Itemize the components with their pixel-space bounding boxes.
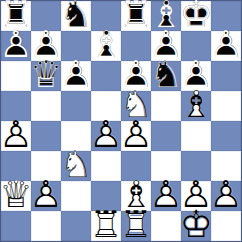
square-c8[interactable]: ♞♘ bbox=[61, 1, 91, 31]
square-h5[interactable] bbox=[211, 91, 241, 121]
white-rook-outline-glyph: ♖ bbox=[119, 206, 152, 242]
square-b1[interactable] bbox=[31, 211, 61, 241]
square-a2[interactable]: ♛♕ bbox=[1, 181, 31, 211]
square-e8[interactable]: ♜♖ bbox=[121, 1, 151, 31]
black-bishop-outline-glyph: ♗ bbox=[89, 26, 122, 63]
piece-black-queen[interactable]: ♛♕ bbox=[31, 61, 61, 91]
square-a6[interactable] bbox=[1, 61, 31, 91]
square-h6[interactable] bbox=[211, 61, 241, 91]
piece-white-pawn[interactable]: ♟♙ bbox=[31, 181, 61, 211]
black-pawn-outline-glyph: ♙ bbox=[0, 26, 33, 63]
piece-white-rook[interactable]: ♜♖ bbox=[121, 211, 151, 241]
piece-white-queen[interactable]: ♛♕ bbox=[1, 181, 31, 211]
square-g5[interactable]: ♝♗ bbox=[181, 91, 211, 121]
square-c5[interactable] bbox=[61, 91, 91, 121]
piece-white-bishop[interactable]: ♝♗ bbox=[181, 91, 211, 121]
square-f1[interactable] bbox=[151, 211, 181, 241]
square-g4[interactable] bbox=[181, 121, 211, 151]
square-e4[interactable]: ♟♙ bbox=[121, 121, 151, 151]
black-queen-outline-glyph: ♕ bbox=[29, 56, 62, 93]
square-f6[interactable]: ♞♘ bbox=[151, 61, 181, 91]
piece-white-pawn[interactable]: ♟♙ bbox=[151, 181, 181, 211]
square-f4[interactable] bbox=[151, 121, 181, 151]
square-e1[interactable]: ♜♖ bbox=[121, 211, 151, 241]
square-c6[interactable]: ♟♙ bbox=[61, 61, 91, 91]
square-g8[interactable]: ♚♔ bbox=[181, 1, 211, 31]
white-knight-outline-glyph: ♘ bbox=[59, 146, 92, 183]
white-pawn-outline-glyph: ♙ bbox=[209, 176, 242, 213]
white-pawn-outline-glyph: ♙ bbox=[119, 116, 152, 153]
piece-black-pawn[interactable]: ♟♙ bbox=[211, 31, 241, 61]
piece-white-king[interactable]: ♚♔ bbox=[181, 211, 211, 241]
square-d6[interactable] bbox=[91, 61, 121, 91]
piece-white-knight[interactable]: ♞♘ bbox=[61, 151, 91, 181]
square-g1[interactable]: ♚♔ bbox=[181, 211, 211, 241]
square-c3[interactable]: ♞♘ bbox=[61, 151, 91, 181]
square-f2[interactable]: ♟♙ bbox=[151, 181, 181, 211]
piece-white-pawn[interactable]: ♟♙ bbox=[211, 181, 241, 211]
square-a7[interactable]: ♟♙ bbox=[1, 31, 31, 61]
piece-black-king[interactable]: ♚♔ bbox=[181, 1, 211, 31]
chess-board-container: ♜♖♞♘♜♖♝♗♚♔♟♙♟♙♝♗♟♙♟♙♛♕♟♙♟♙♞♘♟♙♞♘♝♗♟♙♟♙♟♙… bbox=[0, 0, 242, 242]
white-queen-outline-glyph: ♕ bbox=[0, 176, 33, 213]
square-b6[interactable]: ♛♕ bbox=[31, 61, 61, 91]
piece-white-pawn[interactable]: ♟♙ bbox=[121, 121, 151, 151]
piece-white-pawn[interactable]: ♟♙ bbox=[1, 121, 31, 151]
black-pawn-outline-glyph: ♙ bbox=[59, 56, 92, 93]
piece-white-pawn[interactable]: ♟♙ bbox=[91, 121, 121, 151]
square-b5[interactable] bbox=[31, 91, 61, 121]
white-bishop-outline-glyph: ♗ bbox=[179, 86, 212, 123]
square-d4[interactable]: ♟♙ bbox=[91, 121, 121, 151]
square-d3[interactable] bbox=[91, 151, 121, 181]
black-knight-outline-glyph: ♘ bbox=[59, 0, 92, 33]
square-h7[interactable]: ♟♙ bbox=[211, 31, 241, 61]
square-d1[interactable]: ♜♖ bbox=[91, 211, 121, 241]
square-d7[interactable]: ♝♗ bbox=[91, 31, 121, 61]
square-h4[interactable] bbox=[211, 121, 241, 151]
white-pawn-outline-glyph: ♙ bbox=[89, 116, 122, 153]
piece-black-rook[interactable]: ♜♖ bbox=[121, 1, 151, 31]
piece-black-pawn[interactable]: ♟♙ bbox=[1, 31, 31, 61]
square-a1[interactable] bbox=[1, 211, 31, 241]
white-pawn-outline-glyph: ♙ bbox=[0, 116, 33, 153]
white-king-outline-glyph: ♔ bbox=[179, 206, 212, 242]
piece-black-knight[interactable]: ♞♘ bbox=[61, 1, 91, 31]
black-rook-outline-glyph: ♖ bbox=[119, 0, 152, 33]
square-b4[interactable] bbox=[31, 121, 61, 151]
chess-board: ♜♖♞♘♜♖♝♗♚♔♟♙♟♙♝♗♟♙♟♙♛♕♟♙♟♙♞♘♟♙♞♘♝♗♟♙♟♙♟♙… bbox=[0, 0, 242, 242]
square-a4[interactable]: ♟♙ bbox=[1, 121, 31, 151]
black-knight-outline-glyph: ♘ bbox=[149, 56, 182, 93]
piece-black-bishop[interactable]: ♝♗ bbox=[91, 31, 121, 61]
piece-black-knight[interactable]: ♞♘ bbox=[151, 61, 181, 91]
square-b2[interactable]: ♟♙ bbox=[31, 181, 61, 211]
piece-white-rook[interactable]: ♜♖ bbox=[91, 211, 121, 241]
square-h1[interactable] bbox=[211, 211, 241, 241]
square-c2[interactable] bbox=[61, 181, 91, 211]
black-pawn-outline-glyph: ♙ bbox=[209, 26, 242, 63]
white-rook-outline-glyph: ♖ bbox=[89, 206, 122, 242]
white-pawn-outline-glyph: ♙ bbox=[149, 176, 182, 213]
square-h2[interactable]: ♟♙ bbox=[211, 181, 241, 211]
square-f5[interactable] bbox=[151, 91, 181, 121]
piece-black-pawn[interactable]: ♟♙ bbox=[61, 61, 91, 91]
square-c1[interactable] bbox=[61, 211, 91, 241]
black-king-outline-glyph: ♔ bbox=[179, 0, 212, 33]
white-pawn-outline-glyph: ♙ bbox=[29, 176, 62, 213]
